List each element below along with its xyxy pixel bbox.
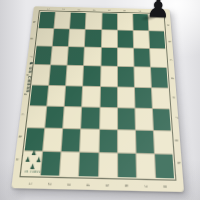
square-r2c3[interactable] xyxy=(69,29,85,46)
square-r1c1[interactable] xyxy=(39,12,55,28)
coordinate-label: 6 xyxy=(123,9,127,11)
vinyl-chess-mat: ♟ ♟ ♟ ♟ US CHESS 12345678 12345678 hgfed… xyxy=(11,6,184,192)
square-r2c7[interactable] xyxy=(133,31,149,48)
square-r6c5[interactable] xyxy=(100,107,117,128)
square-r2c6[interactable] xyxy=(118,31,133,48)
square-r8c8[interactable] xyxy=(155,154,174,178)
square-r4c1[interactable] xyxy=(32,65,50,84)
coordinate-label: 1 xyxy=(28,181,33,184)
square-r5c7[interactable] xyxy=(135,87,152,107)
square-r7c6[interactable] xyxy=(118,130,136,153)
square-r3c3[interactable] xyxy=(68,47,84,65)
square-r6c6[interactable] xyxy=(118,108,135,129)
board-perspective-wrap: ♟ ♟ ♟ ♟ US CHESS 12345678 12345678 hgfed… xyxy=(11,6,184,192)
coordinate-label: a xyxy=(167,24,171,26)
square-r8c7[interactable] xyxy=(136,154,155,178)
coordinate-label: h xyxy=(32,21,36,23)
square-r5c3[interactable] xyxy=(65,86,82,106)
emblem-pawn-icon: ♟ xyxy=(35,156,42,163)
corner-pawn-emblem: ♟ ♟ ♟ ♟ US CHESS xyxy=(23,150,43,174)
coordinate-label: g xyxy=(175,138,179,141)
coordinate-label: 4 xyxy=(92,9,96,11)
coordinate-label: c xyxy=(169,59,173,61)
square-r5c8[interactable] xyxy=(152,88,169,108)
square-r7c1[interactable] xyxy=(25,128,45,151)
square-r6c2[interactable] xyxy=(45,106,63,127)
square-r6c8[interactable] xyxy=(153,109,171,130)
square-r3c4[interactable] xyxy=(84,48,100,66)
coordinate-label: 8 xyxy=(163,184,168,187)
coordinate-label: b xyxy=(18,135,23,138)
coordinate-label: 2 xyxy=(62,8,66,10)
square-r2c1[interactable] xyxy=(37,29,54,46)
coordinate-label: 7 xyxy=(138,10,142,12)
square-r1c2[interactable] xyxy=(54,12,70,28)
coordinate-label: 5 xyxy=(105,183,110,186)
coordinate-label: a xyxy=(15,158,20,161)
square-r7c2[interactable] xyxy=(43,128,62,151)
square-r5c4[interactable] xyxy=(83,86,100,106)
square-r7c7[interactable] xyxy=(136,130,154,153)
coordinate-label: d xyxy=(23,93,27,96)
coordinate-label: h xyxy=(177,161,182,164)
coordinate-label: 5 xyxy=(108,9,112,11)
square-r2c4[interactable] xyxy=(85,30,101,47)
square-r8c3[interactable] xyxy=(60,152,79,176)
square-r5c6[interactable] xyxy=(118,87,135,107)
square-r4c6[interactable] xyxy=(118,67,134,86)
square-r7c3[interactable] xyxy=(62,129,81,152)
square-r1c4[interactable] xyxy=(86,13,101,29)
coordinates-bottom: 12345678 xyxy=(21,178,175,190)
square-r6c1[interactable] xyxy=(27,106,46,127)
coordinate-label: c xyxy=(21,114,25,116)
coordinate-label: f xyxy=(173,117,177,119)
coordinate-label: 6 xyxy=(124,184,129,187)
coordinate-label: f xyxy=(28,56,32,57)
square-r5c1[interactable] xyxy=(30,85,48,105)
square-r6c3[interactable] xyxy=(64,107,82,128)
square-r1c6[interactable] xyxy=(118,14,133,30)
square-r4c4[interactable] xyxy=(83,66,100,85)
square-r4c2[interactable] xyxy=(49,66,66,85)
square-r3c2[interactable] xyxy=(51,47,68,65)
emblem-caption: US CHESS xyxy=(23,171,41,174)
square-r5c2[interactable] xyxy=(47,85,65,105)
square-r4c3[interactable] xyxy=(66,66,83,85)
square-r8c6[interactable] xyxy=(118,153,136,177)
square-r6c7[interactable] xyxy=(135,108,152,129)
square-r7c5[interactable] xyxy=(99,130,117,153)
coordinate-label: 3 xyxy=(77,8,81,10)
square-r8c4[interactable] xyxy=(79,153,98,177)
square-r2c5[interactable] xyxy=(101,30,116,47)
coordinate-label: 3 xyxy=(67,182,72,185)
square-r2c2[interactable] xyxy=(53,29,69,46)
coordinate-label: b xyxy=(168,41,172,43)
coordinate-label: d xyxy=(171,77,175,79)
coordinate-label: e xyxy=(172,96,176,99)
chess-board-grid xyxy=(22,12,174,178)
square-r1c3[interactable] xyxy=(70,13,86,29)
square-r3c7[interactable] xyxy=(134,49,150,67)
board-frame: ♟ ♟ ♟ ♟ US CHESS xyxy=(19,10,176,181)
square-r8c5[interactable] xyxy=(99,153,117,177)
coordinate-label: 1 xyxy=(47,8,51,10)
square-r7c4[interactable] xyxy=(81,129,99,152)
square-r4c5[interactable] xyxy=(101,67,117,86)
coordinate-label: 7 xyxy=(143,184,148,187)
square-r8c2[interactable] xyxy=(41,152,61,176)
square-r4c8[interactable] xyxy=(151,68,168,87)
square-r3c8[interactable] xyxy=(150,49,166,67)
square-r7c8[interactable] xyxy=(154,131,173,154)
coordinate-label: 4 xyxy=(86,183,91,186)
knight-logo-icon: ♞ xyxy=(29,61,34,65)
square-r5c5[interactable] xyxy=(100,87,117,107)
photo-scene: ♟ ♟ ♟ ♟ US CHESS 12345678 12345678 hgfed… xyxy=(0,0,200,200)
square-r1c5[interactable] xyxy=(102,13,117,29)
black-pawn-piece[interactable]: ♟ xyxy=(146,0,171,21)
square-r3c5[interactable] xyxy=(101,48,117,66)
square-r3c1[interactable] xyxy=(35,47,52,65)
coordinate-label: 2 xyxy=(47,182,52,185)
square-r4c7[interactable] xyxy=(134,68,151,87)
square-r2c8[interactable] xyxy=(149,31,165,48)
square-r3c6[interactable] xyxy=(118,48,134,66)
coordinate-label: g xyxy=(30,38,34,40)
square-r6c4[interactable] xyxy=(82,107,99,128)
